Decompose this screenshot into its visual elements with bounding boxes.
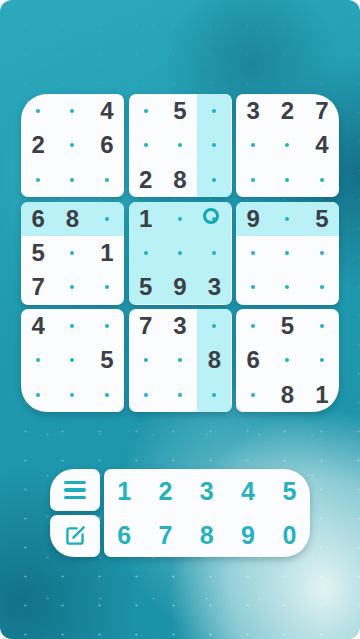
cell-r2c5[interactable] (163, 128, 197, 162)
given-digit: 1 (100, 241, 113, 265)
numpad-key-4[interactable]: 4 (227, 469, 268, 513)
cell-r8c4[interactable] (129, 343, 163, 377)
empty-cell-dot (320, 251, 324, 255)
cell-r7c5[interactable]: 3 (163, 309, 197, 343)
cell-r9c2[interactable] (55, 378, 89, 412)
cell-r5c2[interactable] (55, 236, 89, 270)
cell-r9c8[interactable]: 8 (270, 378, 304, 412)
empty-cell-dot (105, 178, 109, 182)
cell-r4c6[interactable] (197, 202, 231, 236)
cell-r7c7[interactable] (236, 309, 270, 343)
empty-cell-dot (212, 143, 216, 147)
cell-r8c9[interactable] (305, 343, 339, 377)
cell-r2c3[interactable]: 6 (90, 128, 124, 162)
empty-cell-dot (70, 251, 74, 255)
box-3-1: 45 (21, 309, 124, 412)
given-digit: 3 (208, 275, 221, 299)
box-2-3: 95 (236, 202, 339, 305)
cell-r5c5[interactable] (163, 236, 197, 270)
cell-r3c9[interactable] (305, 163, 339, 197)
cell-r6c8[interactable] (270, 270, 304, 304)
given-digit: 5 (281, 314, 294, 338)
cell-r7c6[interactable] (197, 309, 231, 343)
empty-cell-dot (144, 393, 148, 397)
empty-cell-dot (144, 358, 148, 362)
cell-r4c2[interactable]: 8 (55, 202, 89, 236)
empty-cell-dot (251, 251, 255, 255)
numpad-key-9[interactable]: 9 (227, 513, 268, 557)
cell-r7c2[interactable] (55, 309, 89, 343)
edit-notes-icon (62, 523, 88, 549)
empty-cell-dot (70, 178, 74, 182)
cell-r1c7[interactable]: 3 (236, 94, 270, 128)
empty-cell-dot (105, 217, 109, 221)
cell-r8c5[interactable] (163, 343, 197, 377)
numpad-key-7[interactable]: 7 (145, 513, 186, 557)
empty-cell-dot (36, 393, 40, 397)
cell-r3c5[interactable]: 8 (163, 163, 197, 197)
box-1-1: 426 (21, 94, 124, 197)
cell-r8c6[interactable]: 8 (197, 343, 231, 377)
given-digit: 1 (139, 207, 152, 231)
empty-cell-dot (285, 285, 289, 289)
cell-r9c5[interactable] (163, 378, 197, 412)
cell-r9c1[interactable] (21, 378, 55, 412)
given-digit: 4 (100, 99, 113, 123)
given-digit: 2 (139, 168, 152, 192)
number-pad: 1234567890 (104, 469, 311, 557)
given-digit: 5 (173, 99, 186, 123)
cell-r9c9[interactable]: 1 (305, 378, 339, 412)
cell-r3c3[interactable] (90, 163, 124, 197)
empty-cell-dot (251, 324, 255, 328)
cell-r5c8[interactable] (270, 236, 304, 270)
cell-r3c2[interactable] (55, 163, 89, 197)
given-digit: 9 (246, 207, 259, 231)
empty-cell-dot (70, 393, 74, 397)
empty-cell-dot (212, 324, 216, 328)
empty-cell-dot (212, 393, 216, 397)
numpad-key-6[interactable]: 6 (104, 513, 145, 557)
cell-r8c2[interactable] (55, 343, 89, 377)
cell-r6c7[interactable] (236, 270, 270, 304)
numpad-key-3[interactable]: 3 (186, 469, 227, 513)
cell-r8c7[interactable]: 6 (236, 343, 270, 377)
cell-r8c3[interactable]: 5 (90, 343, 124, 377)
cell-r3c1[interactable] (21, 163, 55, 197)
given-digit: 8 (66, 207, 79, 231)
empty-cell-dot (36, 358, 40, 362)
cell-r1c5[interactable]: 5 (163, 94, 197, 128)
cell-r7c9[interactable] (305, 309, 339, 343)
cell-r6c9[interactable] (305, 270, 339, 304)
given-digit: 8 (173, 168, 186, 192)
box-1-3: 3274 (236, 94, 339, 197)
empty-cell-dot (70, 358, 74, 362)
empty-cell-dot (144, 109, 148, 113)
cell-r7c8[interactable]: 5 (270, 309, 304, 343)
cell-r8c8[interactable] (270, 343, 304, 377)
empty-cell-dot (285, 217, 289, 221)
cell-r6c5[interactable]: 9 (163, 270, 197, 304)
cell-r7c4[interactable]: 7 (129, 309, 163, 343)
cell-r4c7[interactable]: 9 (236, 202, 270, 236)
cell-r6c2[interactable] (55, 270, 89, 304)
sudoku-board: 426528327468517159395457385681 (21, 94, 339, 412)
cell-r6c6[interactable]: 3 (197, 270, 231, 304)
cell-r1c2[interactable] (55, 94, 89, 128)
given-digit: 8 (281, 383, 294, 407)
empty-cell-dot (105, 285, 109, 289)
given-digit: 3 (246, 99, 259, 123)
cell-r3c8[interactable] (270, 163, 304, 197)
given-digit: 6 (246, 348, 259, 372)
empty-cell-dot (212, 109, 216, 113)
given-digit: 4 (315, 133, 328, 157)
cell-r5c4[interactable] (129, 236, 163, 270)
empty-cell-dot (212, 251, 216, 255)
selected-cell-ring (203, 208, 219, 224)
cell-r1c9[interactable]: 7 (305, 94, 339, 128)
empty-cell-dot (320, 324, 324, 328)
cell-r2c4[interactable] (129, 128, 163, 162)
empty-cell-dot (178, 251, 182, 255)
empty-cell-dot (36, 109, 40, 113)
given-digit: 6 (31, 207, 44, 231)
cell-r4c9[interactable]: 5 (305, 202, 339, 236)
cell-r5c3[interactable]: 1 (90, 236, 124, 270)
cell-r2c1[interactable]: 2 (21, 128, 55, 162)
given-digit: 2 (31, 133, 44, 157)
cell-r4c1[interactable]: 6 (21, 202, 55, 236)
empty-cell-dot (178, 393, 182, 397)
cell-r9c6[interactable] (197, 378, 231, 412)
cell-r1c3[interactable]: 4 (90, 94, 124, 128)
cell-r9c7[interactable] (236, 378, 270, 412)
cell-r2c7[interactable] (236, 128, 270, 162)
empty-cell-dot (212, 178, 216, 182)
given-digit: 3 (173, 314, 186, 338)
cell-r2c2[interactable] (55, 128, 89, 162)
given-digit: 8 (208, 348, 221, 372)
numpad-key-5[interactable]: 5 (269, 469, 310, 513)
given-digit: 5 (139, 275, 152, 299)
empty-cell-dot (178, 217, 182, 221)
cell-r1c1[interactable] (21, 94, 55, 128)
empty-cell-dot (178, 358, 182, 362)
empty-cell-dot (70, 143, 74, 147)
cell-r6c1[interactable]: 7 (21, 270, 55, 304)
empty-cell-dot (251, 143, 255, 147)
box-1-2: 528 (129, 94, 232, 197)
numpad-key-0[interactable]: 0 (269, 513, 310, 557)
menu-button[interactable] (50, 469, 100, 511)
cell-r5c7[interactable] (236, 236, 270, 270)
cell-r3c6[interactable] (197, 163, 231, 197)
cell-r7c1[interactable]: 4 (21, 309, 55, 343)
cell-r2c9[interactable]: 4 (305, 128, 339, 162)
cell-r5c1[interactable]: 5 (21, 236, 55, 270)
cell-r1c8[interactable]: 2 (270, 94, 304, 128)
cell-r3c4[interactable]: 2 (129, 163, 163, 197)
empty-cell-dot (105, 393, 109, 397)
given-digit: 4 (31, 314, 44, 338)
given-digit: 5 (31, 241, 44, 265)
cell-r9c3[interactable] (90, 378, 124, 412)
cell-r1c4[interactable] (129, 94, 163, 128)
empty-cell-dot (144, 251, 148, 255)
empty-cell-dot (320, 178, 324, 182)
empty-cell-dot (70, 324, 74, 328)
given-digit: 5 (100, 348, 113, 372)
empty-cell-dot (251, 178, 255, 182)
cell-r6c4[interactable]: 5 (129, 270, 163, 304)
given-digit: 5 (315, 207, 328, 231)
numpad-key-1[interactable]: 1 (104, 469, 145, 513)
box-2-1: 68517 (21, 202, 124, 305)
cell-r6c3[interactable] (90, 270, 124, 304)
hamburger-menu-icon (64, 481, 86, 500)
empty-cell-dot (144, 143, 148, 147)
empty-cell-dot (320, 358, 324, 362)
given-digit: 7 (139, 314, 152, 338)
empty-cell-dot (251, 393, 255, 397)
control-panel: 1234567890 (50, 469, 310, 557)
given-digit: 9 (173, 275, 186, 299)
empty-cell-dot (105, 324, 109, 328)
phone-screen: 426528327468517159395457385681 123456789… (0, 0, 360, 639)
given-digit: 2 (281, 99, 294, 123)
given-digit: 1 (315, 383, 328, 407)
notes-button[interactable] (50, 515, 100, 557)
cell-r7c3[interactable] (90, 309, 124, 343)
given-digit: 7 (315, 99, 328, 123)
cell-r8c1[interactable] (21, 343, 55, 377)
empty-cell-dot (285, 143, 289, 147)
cell-r4c4[interactable]: 1 (129, 202, 163, 236)
empty-cell-dot (36, 178, 40, 182)
numpad-key-8[interactable]: 8 (186, 513, 227, 557)
empty-cell-dot (320, 285, 324, 289)
box-3-2: 738 (129, 309, 232, 412)
empty-cell-dot (178, 143, 182, 147)
box-2-2: 1593 (129, 202, 232, 305)
cell-r2c6[interactable] (197, 128, 231, 162)
empty-cell-dot (70, 285, 74, 289)
empty-cell-dot (285, 358, 289, 362)
empty-cell-dot (70, 109, 74, 113)
cell-r5c9[interactable] (305, 236, 339, 270)
cell-r4c8[interactable] (270, 202, 304, 236)
tool-buttons (50, 469, 100, 557)
cell-r5c6[interactable] (197, 236, 231, 270)
box-3-3: 5681 (236, 309, 339, 412)
numpad-key-2[interactable]: 2 (145, 469, 186, 513)
empty-cell-dot (251, 285, 255, 289)
cell-r1c6[interactable] (197, 94, 231, 128)
cell-r4c5[interactable] (163, 202, 197, 236)
given-digit: 7 (31, 275, 44, 299)
given-digit: 6 (100, 133, 113, 157)
cell-r4c3[interactable] (90, 202, 124, 236)
cell-r2c8[interactable] (270, 128, 304, 162)
cell-r9c4[interactable] (129, 378, 163, 412)
empty-cell-dot (285, 251, 289, 255)
ocean-wallpaper: 426528327468517159395457385681 123456789… (0, 0, 360, 639)
empty-cell-dot (285, 178, 289, 182)
cell-r3c7[interactable] (236, 163, 270, 197)
